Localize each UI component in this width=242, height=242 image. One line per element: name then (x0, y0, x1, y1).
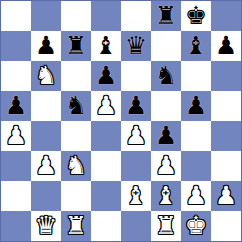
square-g7[interactable]: ♝ (181, 31, 211, 61)
square-c4[interactable] (61, 121, 91, 151)
black-pawn[interactable]: ♟ (31, 31, 61, 61)
square-h4[interactable] (211, 121, 241, 151)
square-e1[interactable] (121, 211, 151, 241)
black-pawn[interactable]: ♟ (151, 121, 181, 151)
square-g5[interactable]: ♟ (181, 91, 211, 121)
square-h7[interactable]: ♟ (211, 31, 241, 61)
black-pawn[interactable]: ♟ (1, 91, 31, 121)
square-f6[interactable]: ♞ (151, 61, 181, 91)
square-b8[interactable] (31, 1, 61, 31)
black-pawn[interactable]: ♟ (181, 91, 211, 121)
white-knight[interactable]: ♞ (61, 151, 91, 181)
white-pawn[interactable]: ♟ (1, 121, 31, 151)
white-bishop[interactable]: ♝ (151, 181, 181, 211)
square-a8[interactable] (1, 1, 31, 31)
black-pawn[interactable]: ♟ (91, 61, 121, 91)
square-a2[interactable] (1, 181, 31, 211)
white-pawn[interactable]: ♟ (211, 181, 241, 211)
square-a3[interactable] (1, 151, 31, 181)
square-h1[interactable] (211, 211, 241, 241)
square-a1[interactable] (1, 211, 31, 241)
square-f1[interactable]: ♜ (151, 211, 181, 241)
square-a4[interactable]: ♟ (1, 121, 31, 151)
square-b3[interactable]: ♟ (31, 151, 61, 181)
white-rook[interactable]: ♜ (151, 211, 181, 241)
chessboard: ♜♚♟♜♝♛♝♟♞♟♞♟♞♟♟♟♟♟♟♟♞♟♝♝♟♟♛♜♜♚ (0, 0, 242, 242)
square-d1[interactable] (91, 211, 121, 241)
square-h3[interactable] (211, 151, 241, 181)
black-bishop[interactable]: ♝ (181, 31, 211, 61)
square-d3[interactable] (91, 151, 121, 181)
square-h5[interactable] (211, 91, 241, 121)
square-a7[interactable] (1, 31, 31, 61)
square-b4[interactable] (31, 121, 61, 151)
square-g1[interactable]: ♚ (181, 211, 211, 241)
white-queen[interactable]: ♛ (31, 211, 61, 241)
square-d8[interactable] (91, 1, 121, 31)
square-f3[interactable]: ♟ (151, 151, 181, 181)
black-knight[interactable]: ♞ (61, 91, 91, 121)
white-pawn[interactable]: ♟ (121, 121, 151, 151)
square-e2[interactable]: ♝ (121, 181, 151, 211)
white-pawn[interactable]: ♟ (31, 151, 61, 181)
square-b5[interactable] (31, 91, 61, 121)
black-king[interactable]: ♚ (181, 1, 211, 31)
white-pawn[interactable]: ♟ (181, 181, 211, 211)
black-pawn[interactable]: ♟ (211, 31, 241, 61)
square-d6[interactable]: ♟ (91, 61, 121, 91)
square-c7[interactable]: ♜ (61, 31, 91, 61)
square-f7[interactable] (151, 31, 181, 61)
square-h8[interactable] (211, 1, 241, 31)
square-h2[interactable]: ♟ (211, 181, 241, 211)
square-e4[interactable]: ♟ (121, 121, 151, 151)
white-king[interactable]: ♚ (181, 211, 211, 241)
square-d7[interactable]: ♝ (91, 31, 121, 61)
square-f2[interactable]: ♝ (151, 181, 181, 211)
square-b2[interactable] (31, 181, 61, 211)
square-c1[interactable]: ♜ (61, 211, 91, 241)
white-pawn[interactable]: ♟ (91, 91, 121, 121)
square-c8[interactable] (61, 1, 91, 31)
square-h6[interactable] (211, 61, 241, 91)
square-c2[interactable] (61, 181, 91, 211)
square-c5[interactable]: ♞ (61, 91, 91, 121)
black-queen[interactable]: ♛ (121, 31, 151, 61)
black-rook[interactable]: ♜ (61, 31, 91, 61)
black-knight[interactable]: ♞ (151, 61, 181, 91)
square-b7[interactable]: ♟ (31, 31, 61, 61)
white-rook[interactable]: ♜ (61, 211, 91, 241)
square-d5[interactable]: ♟ (91, 91, 121, 121)
square-e8[interactable] (121, 1, 151, 31)
square-a6[interactable] (1, 61, 31, 91)
square-a5[interactable]: ♟ (1, 91, 31, 121)
white-knight[interactable]: ♞ (31, 61, 61, 91)
square-f4[interactable]: ♟ (151, 121, 181, 151)
black-pawn[interactable]: ♟ (121, 91, 151, 121)
square-b1[interactable]: ♛ (31, 211, 61, 241)
square-g2[interactable]: ♟ (181, 181, 211, 211)
white-pawn[interactable]: ♟ (151, 151, 181, 181)
square-e3[interactable] (121, 151, 151, 181)
square-f8[interactable]: ♜ (151, 1, 181, 31)
square-g4[interactable] (181, 121, 211, 151)
square-e5[interactable]: ♟ (121, 91, 151, 121)
square-g6[interactable] (181, 61, 211, 91)
square-e7[interactable]: ♛ (121, 31, 151, 61)
square-g3[interactable] (181, 151, 211, 181)
square-e6[interactable] (121, 61, 151, 91)
black-rook[interactable]: ♜ (151, 1, 181, 31)
square-g8[interactable]: ♚ (181, 1, 211, 31)
square-f5[interactable] (151, 91, 181, 121)
white-bishop[interactable]: ♝ (121, 181, 151, 211)
square-c3[interactable]: ♞ (61, 151, 91, 181)
square-b6[interactable]: ♞ (31, 61, 61, 91)
square-d4[interactable] (91, 121, 121, 151)
square-c6[interactable] (61, 61, 91, 91)
black-bishop[interactable]: ♝ (91, 31, 121, 61)
square-d2[interactable] (91, 181, 121, 211)
